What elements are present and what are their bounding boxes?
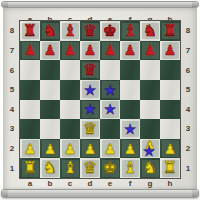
square-h2[interactable]: ♟	[160, 139, 180, 159]
square-g2[interactable]: ♟★	[140, 139, 160, 159]
square-g5[interactable]	[140, 80, 160, 100]
square-a8[interactable]: ♜	[20, 21, 40, 41]
roller-end-cap	[192, 2, 198, 7]
rank-label-6: 6	[181, 60, 195, 80]
piece-backing-tile	[22, 42, 39, 59]
piece-backing-tile	[102, 160, 119, 177]
piece-backing-tile	[62, 140, 79, 157]
square-b6[interactable]	[40, 60, 60, 80]
piece-backing-tile	[162, 42, 179, 59]
square-h1[interactable]: ♜	[160, 158, 180, 178]
square-h5[interactable]	[160, 80, 180, 100]
piece-backing-tile	[142, 160, 159, 177]
piece-backing-tile	[42, 140, 59, 157]
square-a7[interactable]: ♟	[20, 41, 40, 61]
square-b5[interactable]	[40, 80, 60, 100]
rank-label-4: 4	[181, 100, 195, 120]
piece-backing-tile	[162, 23, 179, 40]
piece-backing-tile	[42, 23, 59, 40]
square-d1[interactable]: ♛	[80, 158, 100, 178]
piece-backing-tile	[122, 160, 139, 177]
square-c3[interactable]	[60, 119, 80, 139]
square-e4[interactable]: ★	[100, 100, 120, 120]
rank-label-8: 8	[181, 21, 195, 41]
piece-backing-tile	[102, 140, 119, 157]
square-c4[interactable]	[60, 100, 80, 120]
piece-backing-tile	[22, 160, 39, 177]
square-h4[interactable]	[160, 100, 180, 120]
piece-backing-tile	[42, 42, 59, 59]
square-g3[interactable]	[140, 119, 160, 139]
square-d3[interactable]: ♛	[80, 119, 100, 139]
square-e1[interactable]: ♚	[100, 158, 120, 178]
piece-backing-tile	[82, 62, 99, 79]
square-h7[interactable]: ♟	[160, 41, 180, 61]
roller-end-cap	[2, 2, 8, 7]
rank-label-1: 1	[181, 158, 195, 178]
square-d8[interactable]: ♛	[80, 21, 100, 41]
square-c7[interactable]: ♟	[60, 41, 80, 61]
rank-label-4: 4	[5, 100, 19, 120]
square-d4[interactable]: ★	[80, 100, 100, 120]
rank-label-7: 7	[5, 41, 19, 61]
square-a4[interactable]	[20, 100, 40, 120]
square-g8[interactable]: ♞	[140, 21, 160, 41]
piece-backing-tile	[122, 140, 139, 157]
square-h8[interactable]: ♜	[160, 21, 180, 41]
piece-backing-tile	[102, 23, 119, 40]
roller-end-cap	[192, 190, 198, 197]
rank-label-7: 7	[181, 41, 195, 61]
rank-label-2: 2	[181, 139, 195, 159]
square-f4[interactable]	[120, 100, 140, 120]
roller-end-cap	[2, 190, 8, 197]
square-d2[interactable]: ♟	[80, 139, 100, 159]
square-c2[interactable]: ♟	[60, 139, 80, 159]
square-e3[interactable]	[100, 119, 120, 139]
piece-backing-tile	[22, 140, 39, 157]
bottom-roller-bar	[1, 189, 199, 198]
square-f3[interactable]: ★	[120, 119, 140, 139]
rank-label-6: 6	[5, 60, 19, 80]
rank-label-3: 3	[5, 119, 19, 139]
rank-label-5: 5	[5, 80, 19, 100]
piece-backing-tile	[142, 23, 159, 40]
square-g6[interactable]	[140, 60, 160, 80]
square-c8[interactable]: ♝	[60, 21, 80, 41]
top-roller-bar	[1, 1, 199, 8]
square-e7[interactable]: ♟	[100, 41, 120, 61]
square-d6[interactable]: ♛	[80, 60, 100, 80]
piece-backing-tile	[42, 160, 59, 177]
piece-backing-tile	[122, 23, 139, 40]
square-c5[interactable]	[60, 80, 80, 100]
rank-label-5: 5	[181, 80, 195, 100]
square-f7[interactable]: ♟	[120, 41, 140, 61]
square-e2[interactable]: ♟	[100, 139, 120, 159]
square-f8[interactable]: ♝	[120, 21, 140, 41]
square-a6[interactable]	[20, 60, 40, 80]
square-h6[interactable]	[160, 60, 180, 80]
square-a3[interactable]	[20, 119, 40, 139]
square-g7[interactable]: ♟	[140, 41, 160, 61]
piece-backing-tile	[102, 42, 119, 59]
square-d5[interactable]: ★	[80, 80, 100, 100]
square-c6[interactable]	[60, 60, 80, 80]
piece-backing-tile	[22, 23, 39, 40]
rank-labels-right: 87654321	[181, 21, 195, 178]
piece-backing-tile	[122, 42, 139, 59]
piece-backing-tile	[122, 121, 139, 138]
board-sheet: abcdefgh 87654321 ♜♞♝♛♚♝♞♜♟♟♟♟♟♟♟♟♛★★★★♛…	[3, 8, 197, 190]
square-b8[interactable]: ♞	[40, 21, 60, 41]
piece-backing-tile	[62, 23, 79, 40]
square-e6[interactable]	[100, 60, 120, 80]
rank-label-1: 1	[5, 158, 19, 178]
square-e8[interactable]: ♚	[100, 21, 120, 41]
piece-backing-tile	[82, 42, 99, 59]
square-h3[interactable]	[160, 119, 180, 139]
rank-label-8: 8	[5, 21, 19, 41]
square-f5[interactable]	[120, 80, 140, 100]
piece-backing-tile	[102, 101, 119, 118]
piece-backing-tile	[142, 140, 159, 157]
square-b3[interactable]	[40, 119, 60, 139]
rank-label-3: 3	[181, 119, 195, 139]
square-a2[interactable]: ♟	[20, 139, 40, 159]
piece-backing-tile	[82, 23, 99, 40]
chess-board: ♜♞♝♛♚♝♞♜♟♟♟♟♟♟♟♟♛★★★★♛★♟♟♟♟♟♟♟★♟♜♞♝♛♚♝♞♜	[19, 20, 181, 179]
piece-backing-tile	[82, 160, 99, 177]
square-c1[interactable]: ♝	[60, 158, 80, 178]
square-b7[interactable]: ♟	[40, 41, 60, 61]
piece-backing-tile	[102, 81, 119, 98]
piece-backing-tile	[82, 101, 99, 118]
square-b1[interactable]: ♞	[40, 158, 60, 178]
piece-backing-tile	[82, 81, 99, 98]
square-a1[interactable]: ♜	[20, 158, 40, 178]
square-b4[interactable]	[40, 100, 60, 120]
piece-backing-tile	[162, 140, 179, 157]
piece-backing-tile	[62, 42, 79, 59]
square-b2[interactable]: ♟	[40, 139, 60, 159]
rank-label-2: 2	[5, 139, 19, 159]
piece-backing-tile	[62, 160, 79, 177]
piece-backing-tile	[162, 160, 179, 177]
square-d7[interactable]: ♟	[80, 41, 100, 61]
square-a5[interactable]	[20, 80, 40, 100]
rank-labels-left: 87654321	[5, 21, 19, 178]
piece-backing-tile	[82, 140, 99, 157]
square-f6[interactable]	[120, 60, 140, 80]
square-g4[interactable]	[140, 100, 160, 120]
square-f2[interactable]: ♟	[120, 139, 140, 159]
square-g1[interactable]: ♞	[140, 158, 160, 178]
piece-backing-tile	[82, 121, 99, 138]
square-e5[interactable]: ★	[100, 80, 120, 100]
square-f1[interactable]: ♝	[120, 158, 140, 178]
piece-backing-tile	[142, 42, 159, 59]
